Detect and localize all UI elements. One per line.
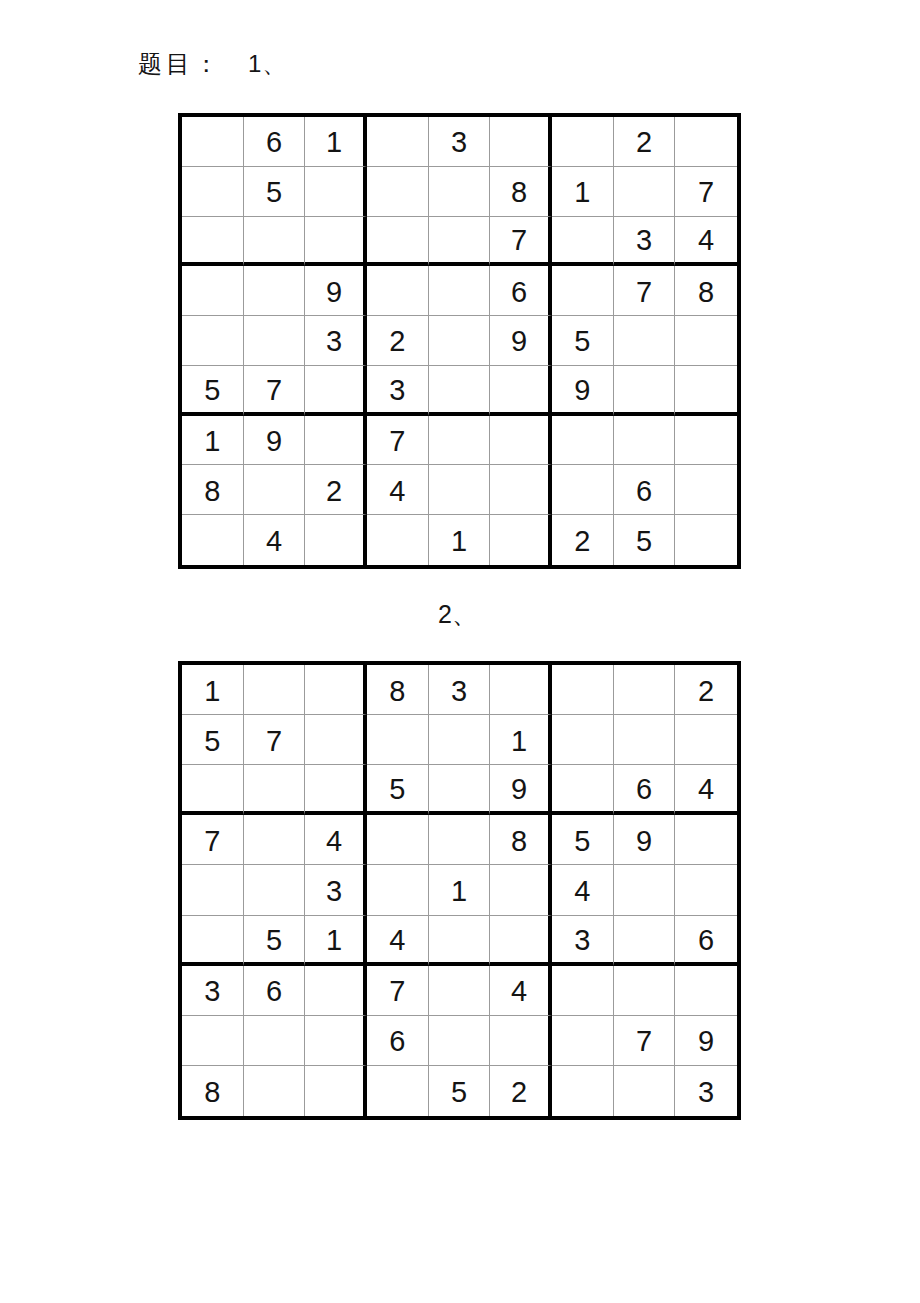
puzzle2-cell-r8c9[interactable]: 9 [675,1016,737,1066]
puzzle1-cell-r3c6[interactable]: 7 [490,217,552,267]
puzzle1-cell-r2c4[interactable] [367,167,429,217]
puzzle1-cell-r3c8[interactable]: 3 [614,217,676,267]
puzzle2-cell-r2c7[interactable] [552,715,614,765]
puzzle1-cell-r5c5[interactable] [429,316,491,366]
page-title: 题目：1、 [138,48,287,80]
puzzle1-cell-r3c7[interactable] [552,217,614,267]
puzzle2-cell-r3c6[interactable]: 9 [490,765,552,815]
puzzle2-cell-r4c9[interactable] [675,815,737,865]
puzzle2-cell-r5c7[interactable]: 4 [552,865,614,915]
puzzle1-cell-r3c9[interactable]: 4 [675,217,737,267]
puzzle1-cell-r8c8[interactable]: 6 [614,465,676,515]
puzzle2-cell-r6c8[interactable] [614,916,676,966]
puzzle1-cell-r4c2[interactable] [244,266,306,316]
puzzle1-cell-r5c4[interactable]: 2 [367,316,429,366]
puzzle1-cell-r1c1[interactable] [182,117,244,167]
puzzle2-cell-r5c2[interactable] [244,865,306,915]
puzzle2-cell-r1c8[interactable] [614,665,676,715]
puzzle2-cell-r5c4[interactable] [367,865,429,915]
puzzle1-cell-r4c7[interactable] [552,266,614,316]
puzzle1-cell-r1c2[interactable]: 6 [244,117,306,167]
puzzle1-cell-r4c1[interactable] [182,266,244,316]
puzzle2-cell-r3c3[interactable] [305,765,367,815]
puzzle1-cell-r5c9[interactable] [675,316,737,366]
puzzle1-cell-r2c5[interactable] [429,167,491,217]
puzzle2-cell-r5c3[interactable]: 3 [305,865,367,915]
puzzle2-cell-r1c5[interactable]: 3 [429,665,491,715]
puzzle2-cell-r9c6[interactable]: 2 [490,1066,552,1116]
puzzle2-cell-r9c2[interactable] [244,1066,306,1116]
puzzle2-cell-r9c9[interactable]: 3 [675,1066,737,1116]
puzzle2-cell-r3c8[interactable]: 6 [614,765,676,815]
puzzle1-cell-r2c9[interactable]: 7 [675,167,737,217]
puzzle1-cell-r3c1[interactable] [182,217,244,267]
puzzle1-cell-r9c5[interactable]: 1 [429,515,491,565]
puzzle2-cell-r7c3[interactable] [305,966,367,1016]
puzzle2-cell-r2c6[interactable]: 1 [490,715,552,765]
puzzle2-cell-r7c5[interactable] [429,966,491,1016]
puzzle2-cell-r8c5[interactable] [429,1016,491,1066]
puzzle1-cell-r6c2[interactable]: 7 [244,366,306,416]
puzzle2-cell-r2c9[interactable] [675,715,737,765]
puzzle2-cell-r1c3[interactable] [305,665,367,715]
puzzle2-cell-r2c2[interactable]: 7 [244,715,306,765]
puzzle2-cell-r6c9[interactable]: 6 [675,916,737,966]
puzzle2-cell-r2c5[interactable] [429,715,491,765]
puzzle2-cell-r4c3[interactable]: 4 [305,815,367,865]
puzzle2-cell-r3c2[interactable] [244,765,306,815]
puzzle2-cell-r6c7[interactable]: 3 [552,916,614,966]
puzzle2-cell-r8c1[interactable] [182,1016,244,1066]
puzzle1-cell-r2c7[interactable]: 1 [552,167,614,217]
puzzle-1-label: 1、 [248,50,287,77]
puzzle1-cell-r7c6[interactable] [490,416,552,466]
puzzle2-cell-r2c8[interactable] [614,715,676,765]
puzzle1-cell-r9c7[interactable]: 2 [552,515,614,565]
puzzle1-cell-r9c4[interactable] [367,515,429,565]
puzzle1-cell-r2c3[interactable] [305,167,367,217]
puzzle1-cell-r8c9[interactable] [675,465,737,515]
puzzle2-cell-r6c6[interactable] [490,916,552,966]
puzzle1-cell-r1c9[interactable] [675,117,737,167]
puzzle2-cell-r4c6[interactable]: 8 [490,815,552,865]
puzzle1-cell-r7c9[interactable] [675,416,737,466]
puzzle1-cell-r9c1[interactable] [182,515,244,565]
puzzle1-cell-r1c3[interactable]: 1 [305,117,367,167]
puzzle2-cell-r5c9[interactable] [675,865,737,915]
puzzle1-cell-r7c2[interactable]: 9 [244,416,306,466]
puzzle2-cell-r3c9[interactable]: 4 [675,765,737,815]
puzzle1-cell-r9c3[interactable] [305,515,367,565]
puzzle2-cell-r4c2[interactable] [244,815,306,865]
puzzle1-cell-r6c7[interactable]: 9 [552,366,614,416]
puzzle1-cell-r6c9[interactable] [675,366,737,416]
puzzle1-cell-r1c7[interactable] [552,117,614,167]
puzzle1-cell-r7c3[interactable] [305,416,367,466]
puzzle1-cell-r7c1[interactable]: 1 [182,416,244,466]
puzzle2-cell-r1c4[interactable]: 8 [367,665,429,715]
puzzle1-cell-r5c8[interactable] [614,316,676,366]
puzzle2-cell-r5c1[interactable] [182,865,244,915]
puzzle1-cell-r5c7[interactable]: 5 [552,316,614,366]
sudoku-grid-2: 18325715964748593145143636746798523 [178,661,741,1120]
puzzle2-cell-r8c3[interactable] [305,1016,367,1066]
puzzle2-cell-r4c1[interactable]: 7 [182,815,244,865]
puzzle2-cell-r6c1[interactable] [182,916,244,966]
puzzle1-cell-r4c5[interactable] [429,266,491,316]
puzzle2-cell-r4c7[interactable]: 5 [552,815,614,865]
puzzle2-cell-r8c6[interactable] [490,1016,552,1066]
puzzle2-cell-r5c8[interactable] [614,865,676,915]
sudoku-worksheet-page: 题目：1、 6132581773496783295573919782464125… [0,0,920,1303]
puzzle2-cell-r4c8[interactable]: 9 [614,815,676,865]
puzzle1-cell-r7c8[interactable] [614,416,676,466]
puzzle1-cell-r8c1[interactable]: 8 [182,465,244,515]
puzzle1-cell-r6c5[interactable] [429,366,491,416]
puzzle2-cell-r6c2[interactable]: 5 [244,916,306,966]
puzzle1-cell-r8c5[interactable] [429,465,491,515]
puzzle2-cell-r2c1[interactable]: 5 [182,715,244,765]
puzzle2-cell-r1c9[interactable]: 2 [675,665,737,715]
puzzle1-cell-r5c6[interactable]: 9 [490,316,552,366]
puzzle1-cell-r7c7[interactable] [552,416,614,466]
puzzle2-cell-r2c3[interactable] [305,715,367,765]
puzzle1-cell-r1c6[interactable] [490,117,552,167]
puzzle2-cell-r4c4[interactable] [367,815,429,865]
puzzle2-cell-r8c8[interactable]: 7 [614,1016,676,1066]
puzzle2-cell-r6c5[interactable] [429,916,491,966]
puzzle1-cell-r8c3[interactable]: 2 [305,465,367,515]
puzzle2-cell-r7c7[interactable] [552,966,614,1016]
puzzle1-cell-r2c1[interactable] [182,167,244,217]
puzzle1-cell-r8c6[interactable] [490,465,552,515]
puzzle1-cell-r3c4[interactable] [367,217,429,267]
puzzle2-cell-r3c5[interactable] [429,765,491,815]
title-prefix: 题目： [138,50,222,77]
puzzle2-cell-r3c4[interactable]: 5 [367,765,429,815]
puzzle1-cell-r8c4[interactable]: 4 [367,465,429,515]
puzzle2-cell-r9c3[interactable] [305,1066,367,1116]
puzzle1-cell-r2c8[interactable] [614,167,676,217]
puzzle1-cell-r2c6[interactable]: 8 [490,167,552,217]
puzzle2-cell-r7c9[interactable] [675,966,737,1016]
puzzle2-cell-r5c5[interactable]: 1 [429,865,491,915]
puzzle2-cell-r1c2[interactable] [244,665,306,715]
puzzle2-cell-r6c4[interactable]: 4 [367,916,429,966]
puzzle2-cell-r9c5[interactable]: 5 [429,1066,491,1116]
puzzle1-cell-r3c3[interactable] [305,217,367,267]
puzzle1-cell-r3c2[interactable] [244,217,306,267]
puzzle-2-label: 2、 [438,598,477,631]
puzzle1-cell-r9c6[interactable] [490,515,552,565]
puzzle2-cell-r8c2[interactable] [244,1016,306,1066]
puzzle1-cell-r6c6[interactable] [490,366,552,416]
puzzle1-cell-r4c3[interactable]: 9 [305,266,367,316]
puzzle1-cell-r4c6[interactable]: 6 [490,266,552,316]
puzzle2-cell-r7c8[interactable] [614,966,676,1016]
puzzle1-cell-r7c4[interactable]: 7 [367,416,429,466]
puzzle2-cell-r4c5[interactable] [429,815,491,865]
puzzle1-cell-r4c4[interactable] [367,266,429,316]
puzzle1-cell-r1c4[interactable] [367,117,429,167]
puzzle2-cell-r9c4[interactable] [367,1066,429,1116]
puzzle1-cell-r4c8[interactable]: 7 [614,266,676,316]
puzzle2-cell-r2c4[interactable] [367,715,429,765]
puzzle2-cell-r8c7[interactable] [552,1016,614,1066]
puzzle1-cell-r6c8[interactable] [614,366,676,416]
puzzle2-cell-r1c7[interactable] [552,665,614,715]
puzzle2-cell-r1c6[interactable] [490,665,552,715]
puzzle2-cell-r9c1[interactable]: 8 [182,1066,244,1116]
puzzle1-cell-r3c5[interactable] [429,217,491,267]
puzzle2-cell-r5c6[interactable] [490,865,552,915]
puzzle1-cell-r5c2[interactable] [244,316,306,366]
puzzle2-cell-r7c2[interactable]: 6 [244,966,306,1016]
puzzle1-cell-r5c1[interactable] [182,316,244,366]
puzzle2-cell-r6c3[interactable]: 1 [305,916,367,966]
puzzle1-cell-r5c3[interactable]: 3 [305,316,367,366]
puzzle1-cell-r6c3[interactable] [305,366,367,416]
puzzle1-cell-r9c8[interactable]: 5 [614,515,676,565]
puzzle2-cell-r8c4[interactable]: 6 [367,1016,429,1066]
puzzle1-cell-r6c1[interactable]: 5 [182,366,244,416]
puzzle2-cell-r3c1[interactable] [182,765,244,815]
puzzle1-cell-r7c5[interactable] [429,416,491,466]
puzzle1-cell-r9c2[interactable]: 4 [244,515,306,565]
puzzle2-cell-r1c1[interactable]: 1 [182,665,244,715]
puzzle2-cell-r7c6[interactable]: 4 [490,966,552,1016]
puzzle1-cell-r8c7[interactable] [552,465,614,515]
puzzle2-cell-r9c7[interactable] [552,1066,614,1116]
puzzle1-cell-r9c9[interactable] [675,515,737,565]
puzzle1-cell-r6c4[interactable]: 3 [367,366,429,416]
puzzle2-cell-r7c1[interactable]: 3 [182,966,244,1016]
puzzle2-cell-r3c7[interactable] [552,765,614,815]
puzzle1-cell-r1c8[interactable]: 2 [614,117,676,167]
puzzle1-cell-r4c9[interactable]: 8 [675,266,737,316]
puzzle2-cell-r9c8[interactable] [614,1066,676,1116]
puzzle1-cell-r2c2[interactable]: 5 [244,167,306,217]
puzzle1-cell-r8c2[interactable] [244,465,306,515]
puzzle1-cell-r1c5[interactable]: 3 [429,117,491,167]
puzzle2-cell-r7c4[interactable]: 7 [367,966,429,1016]
sudoku-grid-1: 6132581773496783295573919782464125 [178,113,741,569]
